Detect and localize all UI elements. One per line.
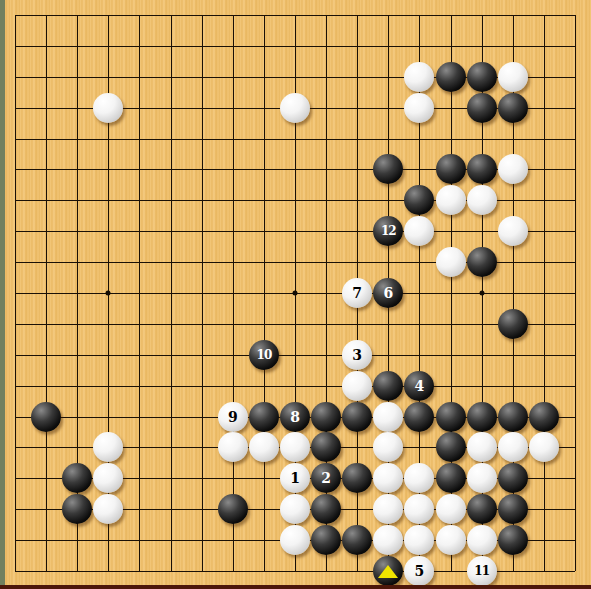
stone-black <box>218 494 248 524</box>
stone-black <box>436 154 466 184</box>
move-number: 12 <box>381 225 396 237</box>
stone-white <box>436 185 466 215</box>
stone-white <box>373 463 403 493</box>
stone-white: 5 <box>404 556 434 586</box>
stone-white <box>373 525 403 555</box>
stone-white <box>373 432 403 462</box>
star-point <box>293 291 298 296</box>
stone-black: 2 <box>311 463 341 493</box>
stone-black <box>342 402 372 432</box>
stone-white: 11 <box>467 556 497 586</box>
stone-white <box>467 185 497 215</box>
stone-black <box>436 62 466 92</box>
star-point <box>106 291 111 296</box>
stone-white <box>342 371 372 401</box>
stone-white <box>404 463 434 493</box>
stone-white <box>498 62 528 92</box>
stone-white <box>93 463 123 493</box>
stone-black <box>467 93 497 123</box>
stone-black <box>498 525 528 555</box>
stone-white <box>436 494 466 524</box>
move-number: 11 <box>474 565 489 577</box>
move-number: 7 <box>352 286 362 300</box>
stone-black <box>342 463 372 493</box>
grid-line-horizontal <box>15 386 575 387</box>
stone-black <box>311 494 341 524</box>
move-number: 2 <box>321 471 331 485</box>
stone-black: 12 <box>373 216 403 246</box>
window-left-edge <box>0 0 5 589</box>
stone-black: 4 <box>404 371 434 401</box>
move-number: 1 <box>290 471 300 485</box>
move-number: 9 <box>228 410 238 424</box>
stone-black <box>467 62 497 92</box>
stone-white <box>436 247 466 277</box>
stone-white <box>373 402 403 432</box>
stone-white <box>280 432 310 462</box>
stone-black <box>404 402 434 432</box>
window-bottom-edge <box>0 585 591 589</box>
stone-black <box>373 154 403 184</box>
stone-white <box>218 432 248 462</box>
stone-white <box>93 432 123 462</box>
go-client-window: 127610349812511 <box>0 0 591 589</box>
stone-white <box>280 93 310 123</box>
move-number: 5 <box>415 564 425 578</box>
stone-black <box>467 154 497 184</box>
star-point <box>479 291 484 296</box>
stone-white <box>404 62 434 92</box>
grid-line-horizontal <box>15 324 575 325</box>
stone-white <box>436 525 466 555</box>
stone-black <box>311 402 341 432</box>
stone-black: 10 <box>249 340 279 370</box>
stone-black <box>498 93 528 123</box>
stone-white: 3 <box>342 340 372 370</box>
stone-white <box>249 432 279 462</box>
stone-black <box>31 402 61 432</box>
grid-line-vertical <box>544 15 545 571</box>
stone-white <box>467 525 497 555</box>
stone-black <box>498 309 528 339</box>
stone-black <box>467 402 497 432</box>
stone-white <box>467 463 497 493</box>
stone-black <box>498 463 528 493</box>
stone-white: 9 <box>218 402 248 432</box>
stone-black <box>62 494 92 524</box>
stone-white <box>280 525 310 555</box>
stone-white <box>404 494 434 524</box>
stone-white <box>93 494 123 524</box>
move-number: 6 <box>383 286 393 300</box>
grid-line-vertical <box>575 15 576 571</box>
triangle-marker <box>378 565 398 578</box>
stone-black <box>373 371 403 401</box>
stone-white <box>93 93 123 123</box>
stone-black <box>436 463 466 493</box>
move-number: 4 <box>415 379 425 393</box>
stone-white <box>498 216 528 246</box>
stone-black <box>436 402 466 432</box>
stone-black <box>529 402 559 432</box>
move-number: 10 <box>257 349 272 361</box>
stone-white <box>404 216 434 246</box>
go-board[interactable]: 127610349812511 <box>0 0 591 585</box>
stone-black <box>342 525 372 555</box>
stone-black <box>498 494 528 524</box>
stone-white <box>280 494 310 524</box>
stone-black <box>436 432 466 462</box>
move-number: 8 <box>290 410 300 424</box>
stone-white <box>373 494 403 524</box>
stone-black <box>467 247 497 277</box>
stone-white <box>467 432 497 462</box>
stone-black: 8 <box>280 402 310 432</box>
stone-black <box>404 185 434 215</box>
stone-white: 1 <box>280 463 310 493</box>
stone-black <box>311 525 341 555</box>
stone-black <box>467 494 497 524</box>
stone-black <box>373 556 403 586</box>
stone-white <box>529 432 559 462</box>
stone-black <box>498 402 528 432</box>
stone-white <box>404 93 434 123</box>
grid-line-horizontal <box>15 355 575 356</box>
stone-black <box>249 402 279 432</box>
stone-white <box>498 154 528 184</box>
stone-black <box>62 463 92 493</box>
stone-white: 7 <box>342 278 372 308</box>
stone-white <box>404 525 434 555</box>
stone-black <box>311 432 341 462</box>
stone-black: 6 <box>373 278 403 308</box>
move-number: 3 <box>352 348 362 362</box>
stone-white <box>498 432 528 462</box>
